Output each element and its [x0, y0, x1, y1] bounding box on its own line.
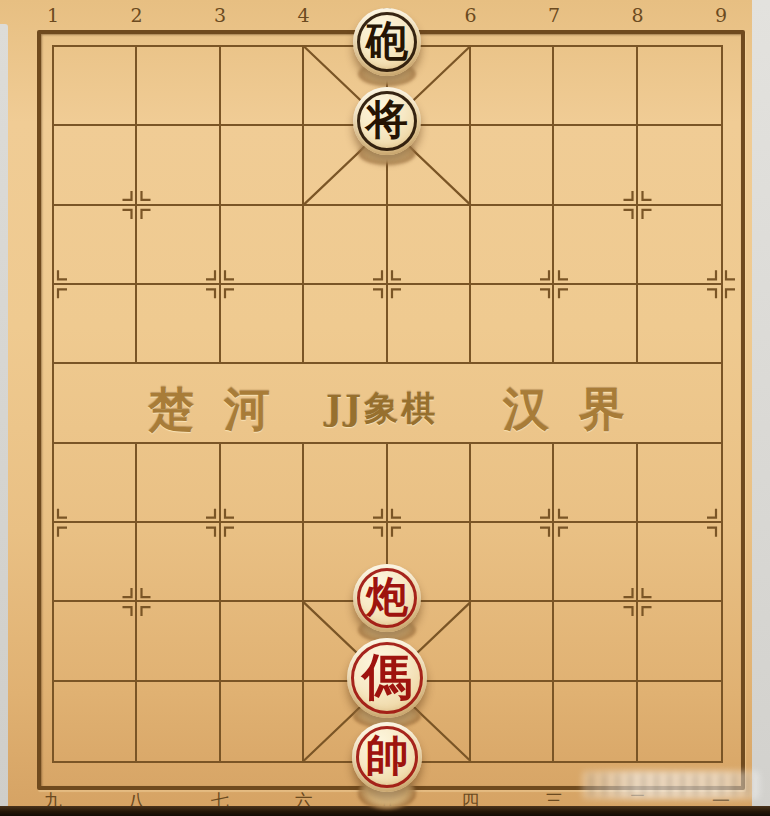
- piece-red-general[interactable]: 帥: [352, 722, 422, 792]
- file-label-top-8: 8: [625, 4, 651, 26]
- river-text-chu-he: 楚河: [148, 379, 300, 441]
- file-label-top-6: 6: [458, 4, 484, 26]
- piece-character: 帥: [352, 720, 422, 792]
- river-text-han-jie: 汉界: [503, 379, 655, 441]
- watermark-blur-marks: [590, 774, 752, 796]
- screen-edge-left: [0, 24, 8, 808]
- piece-red-horse[interactable]: 傌: [347, 638, 427, 718]
- piece-red-cannon[interactable]: 炮: [353, 564, 421, 632]
- piece-disc: 傌: [347, 638, 427, 718]
- piece-disc: 炮: [353, 564, 421, 632]
- piece-disc: 砲: [353, 8, 421, 76]
- piece-character: 砲: [353, 6, 421, 76]
- watermark-blur: [582, 771, 760, 799]
- screen-edge-right: [752, 0, 770, 808]
- piece-character: 将: [353, 85, 421, 155]
- file-label-top-4: 4: [291, 4, 317, 26]
- file-label-top-9: 9: [708, 4, 734, 26]
- file-label-top-1: 1: [40, 4, 66, 26]
- app-logo-jj-xiangqi: JJ象棋: [326, 386, 438, 432]
- file-label-top-2: 2: [124, 4, 150, 26]
- piece-disc: 帥: [352, 722, 422, 792]
- piece-black-cannon[interactable]: 砲: [353, 8, 421, 76]
- piece-black-general[interactable]: 将: [353, 87, 421, 155]
- file-label-top-7: 7: [541, 4, 567, 26]
- file-label-top-3: 3: [207, 4, 233, 26]
- xiangqi-app-screen: 楚河 JJ象棋 汉界 123456789 九八七六五四三二一 砲将炮傌帥: [0, 0, 770, 816]
- piece-character: 傌: [347, 636, 427, 718]
- piece-disc: 将: [353, 87, 421, 155]
- piece-character: 炮: [353, 562, 421, 632]
